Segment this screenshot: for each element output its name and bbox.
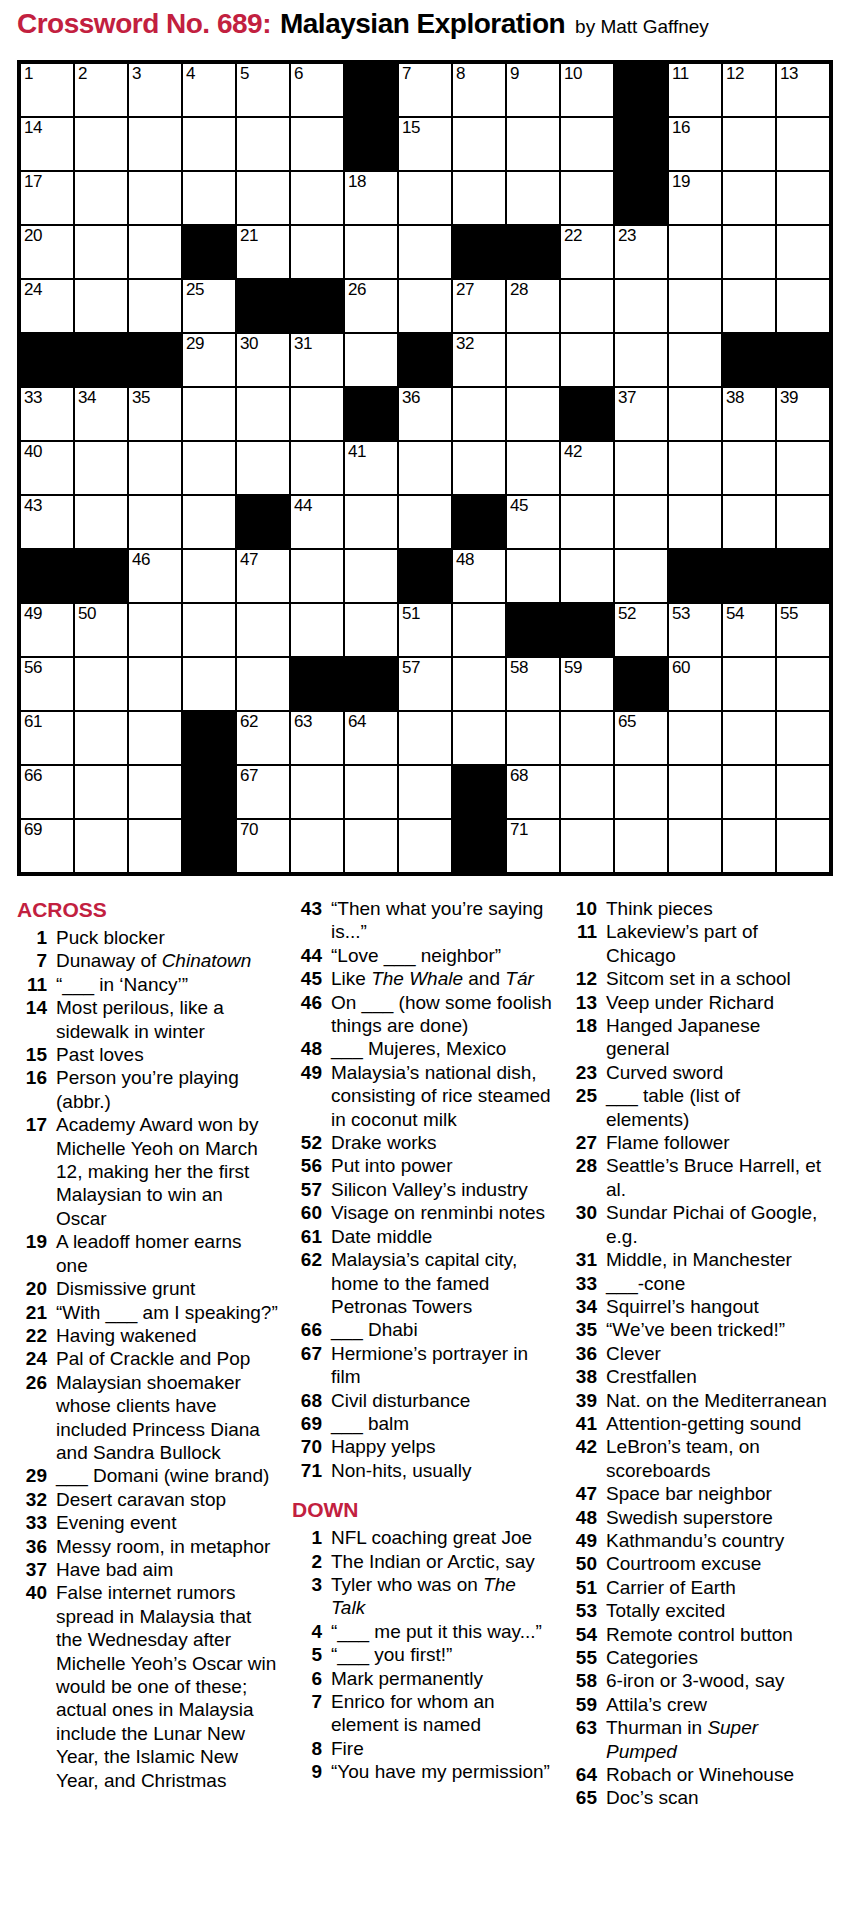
clue-text: Hermione’s portrayer in film bbox=[331, 1342, 553, 1389]
cell-number: 52 bbox=[618, 605, 636, 623]
grid-cell-r15c15[interactable] bbox=[776, 819, 830, 873]
grid-cell-r5c9[interactable]: 27 bbox=[452, 279, 506, 333]
clue-number: 48 bbox=[292, 1037, 331, 1060]
grid-cell-r10c4[interactable] bbox=[182, 549, 236, 603]
clue-text: Dismissive grunt bbox=[56, 1277, 278, 1300]
cell-number: 57 bbox=[402, 659, 420, 677]
cell-number: 48 bbox=[456, 551, 474, 569]
grid-cell-r13c9[interactable] bbox=[452, 711, 506, 765]
grid-cell-r13c2[interactable] bbox=[74, 711, 128, 765]
grid-cell-r3c3[interactable] bbox=[128, 171, 182, 225]
grid-cell-r3c14[interactable] bbox=[722, 171, 776, 225]
clue-down-18: 18Hanged Japanese general bbox=[567, 1014, 828, 1061]
grid-cell-r6c14 bbox=[722, 333, 776, 387]
grid-cell-r6c12[interactable] bbox=[614, 333, 668, 387]
grid-cell-r11c3[interactable] bbox=[128, 603, 182, 657]
grid-cell-r1c13[interactable]: 11 bbox=[668, 63, 722, 117]
grid-cell-r13c15[interactable] bbox=[776, 711, 830, 765]
grid-cell-r9c4[interactable] bbox=[182, 495, 236, 549]
grid-cell-r11c12[interactable]: 52 bbox=[614, 603, 668, 657]
grid-cell-r6c7[interactable] bbox=[344, 333, 398, 387]
grid-cell-r7c4[interactable] bbox=[182, 387, 236, 441]
grid-cell-r11c15[interactable]: 55 bbox=[776, 603, 830, 657]
grid-cell-r6c3 bbox=[128, 333, 182, 387]
grid-cell-r1c5[interactable]: 5 bbox=[236, 63, 290, 117]
cell-number: 22 bbox=[564, 227, 582, 245]
grid-cell-r4c6[interactable] bbox=[290, 225, 344, 279]
clue-across-20: 20Dismissive grunt bbox=[17, 1277, 278, 1300]
grid-cell-r7c14[interactable]: 38 bbox=[722, 387, 776, 441]
grid-cell-r7c5[interactable] bbox=[236, 387, 290, 441]
grid-cell-r12c3[interactable] bbox=[128, 657, 182, 711]
grid-cell-r12c4[interactable] bbox=[182, 657, 236, 711]
grid-cell-r6c4[interactable]: 29 bbox=[182, 333, 236, 387]
cell-number: 21 bbox=[240, 227, 258, 245]
clue-text: Visage on renminbi notes bbox=[331, 1201, 553, 1224]
grid-cell-r8c12[interactable] bbox=[614, 441, 668, 495]
grid-cell-r2c15[interactable] bbox=[776, 117, 830, 171]
clue-text: Dunaway of Chinatown bbox=[56, 949, 278, 972]
grid-cell-r8c13[interactable] bbox=[668, 441, 722, 495]
clue-across-32: 32Desert caravan stop bbox=[17, 1488, 278, 1511]
clue-text: Remote control button bbox=[606, 1623, 828, 1646]
clue-number: 46 bbox=[292, 991, 331, 1038]
cell-number: 49 bbox=[24, 605, 42, 623]
grid-cell-r12c11[interactable]: 59 bbox=[560, 657, 614, 711]
grid-cell-r12c15[interactable] bbox=[776, 657, 830, 711]
grid-cell-r11c1[interactable]: 49 bbox=[20, 603, 74, 657]
clue-number: 29 bbox=[17, 1464, 56, 1487]
grid-cell-r7c13[interactable] bbox=[668, 387, 722, 441]
grid-cell-r1c1[interactable]: 1 bbox=[20, 63, 74, 117]
clue-text: Hanged Japanese general bbox=[606, 1014, 828, 1061]
grid-cell-r4c9 bbox=[452, 225, 506, 279]
grid-cell-r3c15[interactable] bbox=[776, 171, 830, 225]
grid-cell-r11c14[interactable]: 54 bbox=[722, 603, 776, 657]
clue-down-3: 3Tyler who was on The Talk bbox=[292, 1573, 553, 1620]
clue-text: Crestfallen bbox=[606, 1365, 828, 1388]
grid-cell-r5c12[interactable] bbox=[614, 279, 668, 333]
grid-cell-r10c7[interactable] bbox=[344, 549, 398, 603]
grid-cell-r14c2[interactable] bbox=[74, 765, 128, 819]
grid-cell-r5c11[interactable] bbox=[560, 279, 614, 333]
grid-cell-r2c14[interactable] bbox=[722, 117, 776, 171]
grid-cell-r11c6[interactable] bbox=[290, 603, 344, 657]
grid-cell-r4c3[interactable] bbox=[128, 225, 182, 279]
grid-cell-r10c11[interactable] bbox=[560, 549, 614, 603]
clue-number: 5 bbox=[292, 1643, 331, 1666]
grid-cell-r9c9 bbox=[452, 495, 506, 549]
clue-number: 11 bbox=[567, 920, 606, 967]
grid-cell-r6c13[interactable] bbox=[668, 333, 722, 387]
clue-text: Having wakened bbox=[56, 1324, 278, 1347]
grid-cell-r1c10[interactable]: 9 bbox=[506, 63, 560, 117]
grid-cell-r12c14[interactable] bbox=[722, 657, 776, 711]
grid-cell-r1c15[interactable]: 13 bbox=[776, 63, 830, 117]
grid-cell-r2c1[interactable]: 14 bbox=[20, 117, 74, 171]
grid-cell-r15c1[interactable]: 69 bbox=[20, 819, 74, 873]
grid-cell-r9c8[interactable] bbox=[398, 495, 452, 549]
grid-cell-r3c2[interactable] bbox=[74, 171, 128, 225]
grid-cell-r5c14[interactable] bbox=[722, 279, 776, 333]
grid-cell-r1c6[interactable]: 6 bbox=[290, 63, 344, 117]
grid-cell-r14c11[interactable] bbox=[560, 765, 614, 819]
clue-number: 59 bbox=[567, 1693, 606, 1716]
clue-number: 70 bbox=[292, 1435, 331, 1458]
grid-cell-r15c5[interactable]: 70 bbox=[236, 819, 290, 873]
cell-number: 19 bbox=[672, 173, 690, 191]
grid-cell-r3c1[interactable]: 17 bbox=[20, 171, 74, 225]
clue-down-5: 5“___ you first!” bbox=[292, 1643, 553, 1666]
grid-cell-r12c9[interactable] bbox=[452, 657, 506, 711]
clue-text: Robach or Winehouse bbox=[606, 1763, 828, 1786]
clue-down-54: 54Remote control button bbox=[567, 1623, 828, 1646]
grid-cell-r13c3[interactable] bbox=[128, 711, 182, 765]
grid-cell-r15c12[interactable] bbox=[614, 819, 668, 873]
grid-cell-r13c11[interactable] bbox=[560, 711, 614, 765]
grid-cell-r10c10[interactable] bbox=[506, 549, 560, 603]
clue-down-55: 55Categories bbox=[567, 1646, 828, 1669]
grid-cell-r9c10[interactable]: 45 bbox=[506, 495, 560, 549]
grid-cell-r6c8 bbox=[398, 333, 452, 387]
grid-cell-r1c3[interactable]: 3 bbox=[128, 63, 182, 117]
grid-cell-r9c14[interactable] bbox=[722, 495, 776, 549]
clue-number: 21 bbox=[17, 1301, 56, 1324]
clue-text: Evening event bbox=[56, 1511, 278, 1534]
grid-cell-r2c3[interactable] bbox=[128, 117, 182, 171]
grid-cell-r14c8[interactable] bbox=[398, 765, 452, 819]
grid-cell-r10c2 bbox=[74, 549, 128, 603]
grid-cell-r11c2[interactable]: 50 bbox=[74, 603, 128, 657]
grid-cell-r13c1[interactable]: 61 bbox=[20, 711, 74, 765]
grid-cell-r5c15[interactable] bbox=[776, 279, 830, 333]
clue-number: 57 bbox=[292, 1178, 331, 1201]
grid-cell-r9c12[interactable] bbox=[614, 495, 668, 549]
grid-cell-r4c12[interactable]: 23 bbox=[614, 225, 668, 279]
clue-text: Nat. on the Mediterranean bbox=[606, 1389, 828, 1412]
grid-cell-r13c10[interactable] bbox=[506, 711, 560, 765]
grid-cell-r2c6[interactable] bbox=[290, 117, 344, 171]
grid-cell-r8c1[interactable]: 40 bbox=[20, 441, 74, 495]
grid-cell-r9c7[interactable] bbox=[344, 495, 398, 549]
cell-number: 26 bbox=[348, 281, 366, 299]
grid-cell-r15c13[interactable] bbox=[668, 819, 722, 873]
cell-number: 33 bbox=[24, 389, 42, 407]
grid-cell-r4c13[interactable] bbox=[668, 225, 722, 279]
clue-number: 40 bbox=[17, 1581, 56, 1792]
grid-cell-r7c1[interactable]: 33 bbox=[20, 387, 74, 441]
grid-cell-r2c5[interactable] bbox=[236, 117, 290, 171]
grid-cell-r14c3[interactable] bbox=[128, 765, 182, 819]
grid-cell-r10c9[interactable]: 48 bbox=[452, 549, 506, 603]
clue-number: 7 bbox=[292, 1690, 331, 1737]
cell-number: 34 bbox=[78, 389, 96, 407]
clue-number: 38 bbox=[567, 1365, 606, 1388]
grid-cell-r12c2[interactable] bbox=[74, 657, 128, 711]
grid-cell-r2c8[interactable]: 15 bbox=[398, 117, 452, 171]
clue-down-13: 13Veep under Richard bbox=[567, 991, 828, 1014]
grid-cell-r11c9[interactable] bbox=[452, 603, 506, 657]
grid-cell-r5c13[interactable] bbox=[668, 279, 722, 333]
grid-cell-r2c9[interactable] bbox=[452, 117, 506, 171]
grid-cell-r14c10[interactable]: 68 bbox=[506, 765, 560, 819]
grid-cell-r12c10[interactable]: 58 bbox=[506, 657, 560, 711]
grid-cell-r8c15[interactable] bbox=[776, 441, 830, 495]
clue-text: “We’ve been tricked!” bbox=[606, 1318, 828, 1341]
grid-cell-r2c13[interactable]: 16 bbox=[668, 117, 722, 171]
grid-cell-r8c3[interactable] bbox=[128, 441, 182, 495]
grid-cell-r11c5[interactable] bbox=[236, 603, 290, 657]
grid-cell-r14c1[interactable]: 66 bbox=[20, 765, 74, 819]
cell-number: 16 bbox=[672, 119, 690, 137]
clue-across-24: 24Pal of Crackle and Pop bbox=[17, 1347, 278, 1370]
grid-cell-r8c11[interactable]: 42 bbox=[560, 441, 614, 495]
grid-cell-r9c2[interactable] bbox=[74, 495, 128, 549]
clue-down-38: 38Crestfallen bbox=[567, 1365, 828, 1388]
clue-number: 37 bbox=[17, 1558, 56, 1581]
cell-number: 7 bbox=[402, 65, 411, 83]
grid-cell-r4c4 bbox=[182, 225, 236, 279]
grid-cell-r11c4[interactable] bbox=[182, 603, 236, 657]
grid-cell-r12c6 bbox=[290, 657, 344, 711]
cell-number: 47 bbox=[240, 551, 258, 569]
grid-cell-r2c4[interactable] bbox=[182, 117, 236, 171]
grid-cell-r12c8[interactable]: 57 bbox=[398, 657, 452, 711]
clue-text: Squirrel’s hangout bbox=[606, 1295, 828, 1318]
grid-cell-r3c4[interactable] bbox=[182, 171, 236, 225]
grid-cell-r15c6[interactable] bbox=[290, 819, 344, 873]
grid-cell-r10c12[interactable] bbox=[614, 549, 668, 603]
grid-cell-r9c6[interactable]: 44 bbox=[290, 495, 344, 549]
clue-number: 8 bbox=[292, 1737, 331, 1760]
grid-cell-r2c11[interactable] bbox=[560, 117, 614, 171]
clue-number: 61 bbox=[292, 1225, 331, 1248]
grid-cell-r4c2[interactable] bbox=[74, 225, 128, 279]
grid-cell-r4c15[interactable] bbox=[776, 225, 830, 279]
grid-cell-r2c10[interactable] bbox=[506, 117, 560, 171]
grid-cell-r13c12[interactable]: 65 bbox=[614, 711, 668, 765]
clue-number: 34 bbox=[567, 1295, 606, 1318]
grid-cell-r6c10[interactable] bbox=[506, 333, 560, 387]
clue-number: 64 bbox=[567, 1763, 606, 1786]
clue-down-2: 2The Indian or Arctic, say bbox=[292, 1550, 553, 1573]
cell-number: 67 bbox=[240, 767, 258, 785]
grid-cell-r8c10[interactable] bbox=[506, 441, 560, 495]
clue-number: 13 bbox=[567, 991, 606, 1014]
grid-cell-r4c7[interactable] bbox=[344, 225, 398, 279]
clue-across-15: 15Past loves bbox=[17, 1043, 278, 1066]
cell-number: 30 bbox=[240, 335, 258, 353]
grid-cell-r5c10[interactable]: 28 bbox=[506, 279, 560, 333]
grid-cell-r1c4[interactable]: 4 bbox=[182, 63, 236, 117]
grid-cell-r1c9[interactable]: 8 bbox=[452, 63, 506, 117]
clue-number: 28 bbox=[567, 1154, 606, 1201]
grid-cell-r15c8[interactable] bbox=[398, 819, 452, 873]
cell-number: 10 bbox=[564, 65, 582, 83]
clue-text: Attention-getting sound bbox=[606, 1412, 828, 1435]
grid-cell-r11c8[interactable]: 51 bbox=[398, 603, 452, 657]
clue-across-70: 70Happy yelps bbox=[292, 1435, 553, 1458]
grid-cell-r14c15[interactable] bbox=[776, 765, 830, 819]
clue-number: 19 bbox=[17, 1230, 56, 1277]
cell-number: 64 bbox=[348, 713, 366, 731]
grid-cell-r2c2[interactable] bbox=[74, 117, 128, 171]
grid-cell-r10c5[interactable]: 47 bbox=[236, 549, 290, 603]
clue-across-14: 14Most perilous, like a sidewalk in wint… bbox=[17, 996, 278, 1043]
grid-cell-r8c9[interactable] bbox=[452, 441, 506, 495]
grid-cell-r1c11[interactable]: 10 bbox=[560, 63, 614, 117]
grid-cell-r12c5[interactable] bbox=[236, 657, 290, 711]
grid-cell-r11c13[interactable]: 53 bbox=[668, 603, 722, 657]
grid-cell-r3c7[interactable]: 18 bbox=[344, 171, 398, 225]
grid-cell-r7c2[interactable]: 34 bbox=[74, 387, 128, 441]
cell-number: 60 bbox=[672, 659, 690, 677]
grid-cell-r5c6 bbox=[290, 279, 344, 333]
grid-cell-r15c11[interactable] bbox=[560, 819, 614, 873]
grid-cell-r1c14[interactable]: 12 bbox=[722, 63, 776, 117]
grid-cell-r3c10[interactable] bbox=[506, 171, 560, 225]
grid-cell-r1c8[interactable]: 7 bbox=[398, 63, 452, 117]
grid-cell-r9c15[interactable] bbox=[776, 495, 830, 549]
grid-cell-r8c7[interactable]: 41 bbox=[344, 441, 398, 495]
clue-text: Thurman in Super Pumped bbox=[606, 1716, 828, 1763]
clue-down-34: 34Squirrel’s hangout bbox=[567, 1295, 828, 1318]
grid-cell-r8c14[interactable] bbox=[722, 441, 776, 495]
clue-across-26: 26Malaysian shoemaker whose clients have… bbox=[17, 1371, 278, 1465]
grid-cell-r7c3[interactable]: 35 bbox=[128, 387, 182, 441]
grid-cell-r7c9[interactable] bbox=[452, 387, 506, 441]
grid-cell-r13c13[interactable] bbox=[668, 711, 722, 765]
grid-cell-r7c10[interactable] bbox=[506, 387, 560, 441]
grid-cell-r13c5[interactable]: 62 bbox=[236, 711, 290, 765]
grid-cell-r9c11[interactable] bbox=[560, 495, 614, 549]
grid-cell-r7c8[interactable]: 36 bbox=[398, 387, 452, 441]
clue-down-41: 41Attention-getting sound bbox=[567, 1412, 828, 1435]
grid-cell-r4c1[interactable]: 20 bbox=[20, 225, 74, 279]
grid-cell-r13c6[interactable]: 63 bbox=[290, 711, 344, 765]
grid-cell-r13c7[interactable]: 64 bbox=[344, 711, 398, 765]
grid-cell-r5c3[interactable] bbox=[128, 279, 182, 333]
grid-cell-r7c6[interactable] bbox=[290, 387, 344, 441]
grid-cell-r4c14[interactable] bbox=[722, 225, 776, 279]
grid-cell-r14c14[interactable] bbox=[722, 765, 776, 819]
grid-cell-r10c6[interactable] bbox=[290, 549, 344, 603]
grid-cell-r3c11[interactable] bbox=[560, 171, 614, 225]
grid-cell-r14c12[interactable] bbox=[614, 765, 668, 819]
clue-number: 31 bbox=[567, 1248, 606, 1271]
grid-cell-r5c2[interactable] bbox=[74, 279, 128, 333]
grid-cell-r8c8[interactable] bbox=[398, 441, 452, 495]
grid-cell-r9c3[interactable] bbox=[128, 495, 182, 549]
grid-cell-r3c5[interactable] bbox=[236, 171, 290, 225]
clue-number: 2 bbox=[292, 1550, 331, 1573]
grid-cell-r12c13[interactable]: 60 bbox=[668, 657, 722, 711]
clue-down-1: 1NFL coaching great Joe bbox=[292, 1526, 553, 1549]
grid-cell-r8c2[interactable] bbox=[74, 441, 128, 495]
clue-number: 15 bbox=[17, 1043, 56, 1066]
cell-number: 66 bbox=[24, 767, 42, 785]
clue-number: 30 bbox=[567, 1201, 606, 1248]
grid-cell-r14c13[interactable] bbox=[668, 765, 722, 819]
grid-cell-r14c7[interactable] bbox=[344, 765, 398, 819]
clue-down-39: 39Nat. on the Mediterranean bbox=[567, 1389, 828, 1412]
clue-down-33: 33___-cone bbox=[567, 1272, 828, 1295]
grid-cell-r11c7[interactable] bbox=[344, 603, 398, 657]
grid-cell-r3c13[interactable]: 19 bbox=[668, 171, 722, 225]
grid-cell-r4c11[interactable]: 22 bbox=[560, 225, 614, 279]
cell-number: 44 bbox=[294, 497, 312, 515]
grid-cell-r6c1 bbox=[20, 333, 74, 387]
grid-cell-r15c3[interactable] bbox=[128, 819, 182, 873]
grid-cell-r13c4 bbox=[182, 711, 236, 765]
grid-cell-r13c14[interactable] bbox=[722, 711, 776, 765]
grid-cell-r3c6[interactable] bbox=[290, 171, 344, 225]
grid-cell-r6c5[interactable]: 30 bbox=[236, 333, 290, 387]
grid-cell-r12c1[interactable]: 56 bbox=[20, 657, 74, 711]
grid-cell-r5c4[interactable]: 25 bbox=[182, 279, 236, 333]
grid-cell-r6c11[interactable] bbox=[560, 333, 614, 387]
grid-cell-r10c3[interactable]: 46 bbox=[128, 549, 182, 603]
grid-cell-r4c8[interactable] bbox=[398, 225, 452, 279]
clue-number: 36 bbox=[567, 1342, 606, 1365]
grid-cell-r15c10[interactable]: 71 bbox=[506, 819, 560, 873]
grid-cell-r13c8[interactable] bbox=[398, 711, 452, 765]
cell-number: 59 bbox=[564, 659, 582, 677]
clue-text: Date middle bbox=[331, 1225, 553, 1248]
grid-cell-r6c9[interactable]: 32 bbox=[452, 333, 506, 387]
clue-down-59: 59Attila’s crew bbox=[567, 1693, 828, 1716]
grid-cell-r8c4[interactable] bbox=[182, 441, 236, 495]
grid-cell-r5c1[interactable]: 24 bbox=[20, 279, 74, 333]
grid-cell-r7c7 bbox=[344, 387, 398, 441]
grid-cell-r5c7[interactable]: 26 bbox=[344, 279, 398, 333]
grid-cell-r9c13[interactable] bbox=[668, 495, 722, 549]
grid-cell-r1c2[interactable]: 2 bbox=[74, 63, 128, 117]
clue-number: 7 bbox=[17, 949, 56, 972]
grid-cell-r15c7[interactable] bbox=[344, 819, 398, 873]
grid-cell-r14c5[interactable]: 67 bbox=[236, 765, 290, 819]
grid-cell-r14c6[interactable] bbox=[290, 765, 344, 819]
clue-number: 52 bbox=[292, 1131, 331, 1154]
grid-cell-r5c8[interactable] bbox=[398, 279, 452, 333]
clue-across-33: 33Evening event bbox=[17, 1511, 278, 1534]
grid-cell-r3c8[interactable] bbox=[398, 171, 452, 225]
clue-text: Happy yelps bbox=[331, 1435, 553, 1458]
clue-number: 4 bbox=[292, 1620, 331, 1643]
grid-cell-r7c12[interactable]: 37 bbox=[614, 387, 668, 441]
grid-cell-r3c9[interactable] bbox=[452, 171, 506, 225]
clue-number: 33 bbox=[567, 1272, 606, 1295]
grid-cell-r15c2[interactable] bbox=[74, 819, 128, 873]
grid-cell-r8c5[interactable] bbox=[236, 441, 290, 495]
clue-down-64: 64Robach or Winehouse bbox=[567, 1763, 828, 1786]
grid-cell-r8c6[interactable] bbox=[290, 441, 344, 495]
clue-text: Veep under Richard bbox=[606, 991, 828, 1014]
grid-cell-r7c15[interactable]: 39 bbox=[776, 387, 830, 441]
clue-text: Like The Whale and Tár bbox=[331, 967, 553, 990]
clue-down-49: 49Kathmandu’s country bbox=[567, 1529, 828, 1552]
grid-cell-r9c1[interactable]: 43 bbox=[20, 495, 74, 549]
grid-cell-r6c6[interactable]: 31 bbox=[290, 333, 344, 387]
cell-number: 65 bbox=[618, 713, 636, 731]
grid-cell-r4c5[interactable]: 21 bbox=[236, 225, 290, 279]
cell-number: 24 bbox=[24, 281, 42, 299]
clues-section: ACROSS1Puck blocker7Dunaway of Chinatown… bbox=[17, 897, 828, 1810]
clue-down-50: 50Courtroom excuse bbox=[567, 1552, 828, 1575]
grid-cell-r15c14[interactable] bbox=[722, 819, 776, 873]
clue-down-36: 36Clever bbox=[567, 1342, 828, 1365]
clue-text: Person you’re playing (abbr.) bbox=[56, 1066, 278, 1113]
